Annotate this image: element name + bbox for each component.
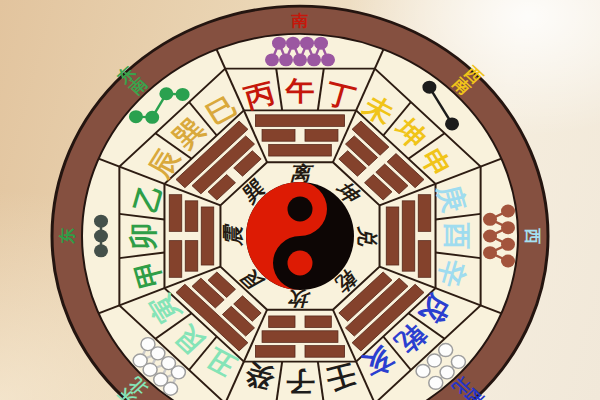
luoshu-dots-3 (94, 215, 108, 258)
seal-char-north: 坎 (288, 287, 312, 310)
bagua-svg: 南丙午丁离西南未坤申坤西庚酉辛兑西北戌乾亥乾壬子癸坎东北丑艮寅艮东甲卯乙震东南辰… (0, 0, 600, 400)
direction-label-west: 西 (523, 227, 543, 244)
mountain-char-west-1: 酉 (440, 223, 474, 250)
seal-char-west: 兑 (355, 225, 380, 246)
bagua-compass-scene: 南丙午丁离西南未坤申坤西庚酉辛兑西北戌乾亥乾壬子癸坎东北丑艮寅艮东甲卯乙震东南辰… (0, 0, 600, 400)
taiji-red-dot (288, 251, 313, 276)
mountain-char-south-1: 午 (284, 75, 314, 107)
taiji-symbol (246, 182, 354, 290)
direction-label-south: 南 (292, 11, 310, 29)
mountain-char-north-1: 子 (285, 366, 314, 398)
direction-label-east: 东 (57, 228, 77, 245)
mountain-char-east-1: 卯 (126, 223, 160, 251)
taiji-black-dot (288, 197, 313, 222)
